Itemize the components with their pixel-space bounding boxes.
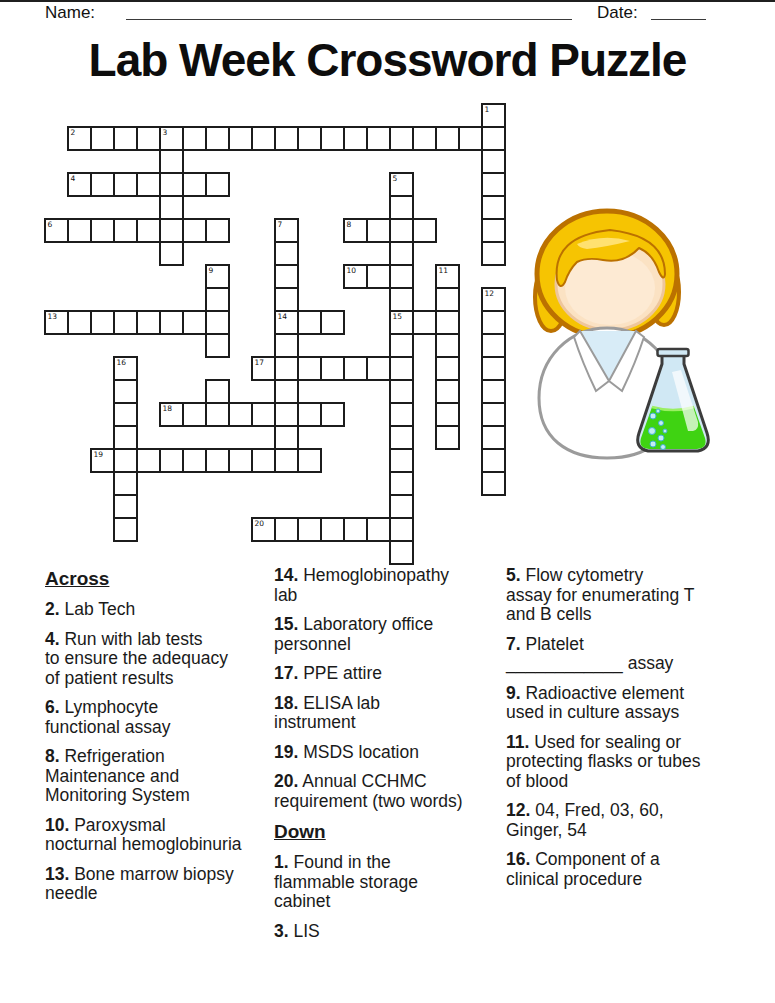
grid-cell-r3c5[interactable] [159, 172, 184, 197]
down-clues-header: Down [274, 821, 502, 843]
grid-cell-r5c4[interactable] [136, 218, 161, 243]
grid-cell-r18c9[interactable]: 20 [251, 517, 276, 542]
cell-number-16: 16 [117, 359, 127, 367]
cell-number-19: 19 [94, 451, 104, 459]
cell-number-15: 15 [393, 313, 403, 321]
grid-cell-r9c4[interactable] [136, 310, 161, 335]
grid-cell-r10c17[interactable] [435, 333, 460, 358]
across-clue-20: 20. Annual CCHMC requirement (two words) [274, 772, 502, 811]
down-clue-11: 11. Used for sealing or protecting flask… [506, 733, 728, 792]
down-clue-1: 1. Found in the flammable storage cabine… [274, 853, 502, 912]
clue-column-3: 5. Flow cytometry assay for enumerating … [506, 566, 728, 899]
grid-cell-r13c5[interactable]: 18 [159, 402, 184, 427]
grid-cell-r6c19[interactable] [481, 241, 506, 266]
across-clue-4: 4. Run with lab tests to ensure the adeq… [45, 630, 271, 689]
cell-number-3: 3 [163, 129, 168, 137]
grid-cell-r15c8[interactable] [228, 448, 253, 473]
grid-cell-r1c3[interactable] [113, 126, 138, 151]
grid-cell-r13c3[interactable] [113, 402, 138, 427]
grid-cell-r7c13[interactable]: 10 [343, 264, 368, 289]
grid-cell-r12c10[interactable] [274, 379, 299, 404]
grid-cell-r14c15[interactable] [389, 425, 414, 450]
grid-cell-r9c2[interactable] [90, 310, 115, 335]
grid-cell-r5c15[interactable] [389, 218, 414, 243]
cell-number-12: 12 [485, 290, 495, 298]
grid-cell-r9c19[interactable] [481, 310, 506, 335]
grid-cell-r9c17[interactable] [435, 310, 460, 335]
grid-cell-r10c7[interactable] [205, 333, 230, 358]
grid-cell-r5c1[interactable] [67, 218, 92, 243]
name-label: Name: [45, 3, 95, 23]
grid-cell-r15c2[interactable]: 19 [90, 448, 115, 473]
cell-number-14: 14 [278, 313, 288, 321]
grid-cell-r1c13[interactable] [343, 126, 368, 151]
cell-number-11: 11 [439, 267, 449, 275]
grid-cell-r5c7[interactable] [205, 218, 230, 243]
grid-cell-r7c10[interactable] [274, 264, 299, 289]
grid-cell-r5c2[interactable] [90, 218, 115, 243]
grid-cell-r1c5[interactable]: 3 [159, 126, 184, 151]
grid-cell-r1c8[interactable] [228, 126, 253, 151]
grid-cell-r5c0[interactable]: 6 [44, 218, 69, 243]
grid-cell-r3c6[interactable] [182, 172, 207, 197]
grid-cell-r9c1[interactable] [67, 310, 92, 335]
grid-cell-r5c16[interactable] [412, 218, 437, 243]
grid-cell-r18c10[interactable] [274, 517, 299, 542]
grid-cell-r11c14[interactable] [366, 356, 391, 381]
cell-number-6: 6 [48, 221, 53, 229]
grid-cell-r15c19[interactable] [481, 448, 506, 473]
grid-cell-r10c10[interactable] [274, 333, 299, 358]
cell-number-13: 13 [48, 313, 58, 321]
grid-cell-r14c19[interactable] [481, 425, 506, 450]
grid-cell-r17c3[interactable] [113, 494, 138, 519]
grid-cell-r3c19[interactable] [481, 172, 506, 197]
grid-cell-r13c17[interactable] [435, 402, 460, 427]
grid-cell-r16c19[interactable] [481, 471, 506, 496]
grid-cell-r13c19[interactable] [481, 402, 506, 427]
grid-cell-r13c6[interactable] [182, 402, 207, 427]
grid-cell-r1c2[interactable] [90, 126, 115, 151]
grid-cell-r3c4[interactable] [136, 172, 161, 197]
across-clue-13: 13. Bone marrow biopsy needle [45, 865, 271, 904]
down-clue-7: 7. Platelet ____________ assay [506, 635, 728, 674]
grid-cell-r11c10[interactable] [274, 356, 299, 381]
grid-cell-r9c6[interactable] [182, 310, 207, 335]
cell-number-7: 7 [278, 221, 283, 229]
grid-cell-r12c19[interactable] [481, 379, 506, 404]
grid-cell-r9c12[interactable] [320, 310, 345, 335]
grid-cell-r15c15[interactable] [389, 448, 414, 473]
grid-cell-r17c15[interactable] [389, 494, 414, 519]
across-clue-6: 6. Lymphocyte functional assay [45, 698, 271, 737]
grid-cell-r18c11[interactable] [297, 517, 322, 542]
cell-number-5: 5 [393, 175, 398, 183]
grid-cell-r13c8[interactable] [228, 402, 253, 427]
grid-cell-r18c15[interactable] [389, 517, 414, 542]
across-clue-19: 19. MSDS location [274, 743, 502, 763]
grid-cell-r11c17[interactable] [435, 356, 460, 381]
grid-cell-r3c3[interactable] [113, 172, 138, 197]
grid-cell-r12c17[interactable] [435, 379, 460, 404]
grid-cell-r8c17[interactable] [435, 287, 460, 312]
grid-cell-r1c17[interactable] [435, 126, 460, 151]
grid-cell-r1c12[interactable] [320, 126, 345, 151]
down-clue-9: 9. Radioactive element used in culture a… [506, 684, 728, 723]
grid-cell-r1c19[interactable] [481, 126, 506, 151]
grid-cell-r13c15[interactable] [389, 402, 414, 427]
grid-cell-r7c14[interactable] [366, 264, 391, 289]
across-clue-8: 8. Refrigeration Maintenance and Monitor… [45, 747, 271, 806]
grid-cell-r5c3[interactable] [113, 218, 138, 243]
grid-cell-r11c12[interactable] [320, 356, 345, 381]
grid-cell-r18c14[interactable] [366, 517, 391, 542]
cell-number-9: 9 [209, 267, 214, 275]
grid-cell-r4c5[interactable] [159, 195, 184, 220]
grid-cell-r5c13[interactable]: 8 [343, 218, 368, 243]
grid-cell-r9c11[interactable] [297, 310, 322, 335]
grid-cell-r11c3[interactable]: 16 [113, 356, 138, 381]
grid-cell-r1c9[interactable] [251, 126, 276, 151]
grid-cell-r1c18[interactable] [458, 126, 483, 151]
across-clue-17: 17. PPE attire [274, 664, 502, 684]
down-clue-3: 3. LIS [274, 922, 502, 942]
grid-cell-r18c12[interactable] [320, 517, 345, 542]
name-blank-line [126, 4, 572, 20]
scientist-illustration [525, 200, 775, 500]
grid-cell-r7c17[interactable]: 11 [435, 264, 460, 289]
grid-cell-r5c14[interactable] [366, 218, 391, 243]
date-label: Date: [597, 3, 638, 23]
grid-cell-r15c7[interactable] [205, 448, 230, 473]
grid-cell-r11c13[interactable] [343, 356, 368, 381]
grid-cell-r15c5[interactable] [159, 448, 184, 473]
page-title: Lab Week Crossword Puzzle [0, 33, 775, 87]
grid-cell-r6c10[interactable] [274, 241, 299, 266]
grid-cell-r13c12[interactable] [320, 402, 345, 427]
grid-cell-r11c11[interactable] [297, 356, 322, 381]
across-clue-14: 14. Hemoglobinopathy lab [274, 566, 502, 605]
cell-number-10: 10 [347, 267, 357, 275]
grid-cell-r9c5[interactable] [159, 310, 184, 335]
worksheet-page: Name: Date: Lab Week Crossword Puzzle 12… [0, 0, 775, 1003]
down-clue-12: 12. 04, Fred, 03, 60, Ginger, 54 [506, 801, 728, 840]
grid-cell-r8c10[interactable] [274, 287, 299, 312]
across-clue-2: 2. Lab Tech [45, 600, 271, 620]
grid-cell-r9c16[interactable] [412, 310, 437, 335]
grid-cell-r15c10[interactable] [274, 448, 299, 473]
grid-cell-r19c15[interactable] [389, 540, 414, 565]
cell-number-17: 17 [255, 359, 265, 367]
cell-number-20: 20 [255, 520, 265, 528]
grid-cell-r3c2[interactable] [90, 172, 115, 197]
grid-cell-r15c11[interactable] [297, 448, 322, 473]
clue-column-1: Across2. Lab Tech4. Run with lab tests t… [45, 566, 271, 914]
date-blank-line [651, 4, 706, 20]
grid-cell-r2c5[interactable] [159, 149, 184, 174]
grid-cell-r5c19[interactable] [481, 218, 506, 243]
grid-cell-r11c15[interactable] [389, 356, 414, 381]
grid-cell-r11c9[interactable]: 17 [251, 356, 276, 381]
grid-cell-r1c4[interactable] [136, 126, 161, 151]
grid-cell-r5c6[interactable] [182, 218, 207, 243]
down-clue-16: 16. Component of a clinical procedure [506, 850, 728, 889]
grid-cell-r1c11[interactable] [297, 126, 322, 151]
grid-cell-r3c15[interactable]: 5 [389, 172, 414, 197]
grid-cell-r6c5[interactable] [159, 241, 184, 266]
grid-cell-r16c3[interactable] [113, 471, 138, 496]
grid-cell-r8c15[interactable] [389, 287, 414, 312]
grid-cell-r15c3[interactable] [113, 448, 138, 473]
across-clues-header: Across [45, 568, 271, 590]
grid-cell-r13c11[interactable] [297, 402, 322, 427]
grid-cell-r1c6[interactable] [182, 126, 207, 151]
grid-cell-r7c7[interactable]: 9 [205, 264, 230, 289]
grid-cell-r1c1[interactable]: 2 [67, 126, 92, 151]
grid-cell-r8c7[interactable] [205, 287, 230, 312]
grid-cell-r10c19[interactable] [481, 333, 506, 358]
grid-cell-r13c7[interactable] [205, 402, 230, 427]
grid-cell-r9c3[interactable] [113, 310, 138, 335]
grid-cell-r14c10[interactable] [274, 425, 299, 450]
grid-cell-r1c15[interactable] [389, 126, 414, 151]
cell-number-8: 8 [347, 221, 352, 229]
grid-cell-r10c15[interactable] [389, 333, 414, 358]
grid-cell-r12c3[interactable] [113, 379, 138, 404]
grid-cell-r7c15[interactable] [389, 264, 414, 289]
grid-cell-r18c13[interactable] [343, 517, 368, 542]
down-clue-5: 5. Flow cytometry assay for enumerating … [506, 566, 728, 625]
grid-cell-r2c19[interactable] [481, 149, 506, 174]
grid-cell-r5c10[interactable]: 7 [274, 218, 299, 243]
grid-cell-r16c15[interactable] [389, 471, 414, 496]
grid-cell-r13c9[interactable] [251, 402, 276, 427]
grid-cell-r3c1[interactable]: 4 [67, 172, 92, 197]
across-clue-18: 18. ELISA lab instrument [274, 694, 502, 733]
cell-number-18: 18 [163, 405, 173, 413]
grid-cell-r15c4[interactable] [136, 448, 161, 473]
grid-cell-r18c3[interactable] [113, 517, 138, 542]
cell-number-4: 4 [71, 175, 76, 183]
grid-cell-r9c10[interactable]: 14 [274, 310, 299, 335]
grid-cell-r12c7[interactable] [205, 379, 230, 404]
grid-cell-r15c6[interactable] [182, 448, 207, 473]
grid-cell-r5c5[interactable] [159, 218, 184, 243]
grid-cell-r0c19[interactable]: 1 [481, 103, 506, 128]
grid-cell-r1c10[interactable] [274, 126, 299, 151]
grid-cell-r1c14[interactable] [366, 126, 391, 151]
crossword-grid: 1234567891011121314151617181920 [45, 104, 507, 566]
grid-cell-r8c19[interactable]: 12 [481, 287, 506, 312]
grid-cell-r4c19[interactable] [481, 195, 506, 220]
grid-cell-r1c7[interactable] [205, 126, 230, 151]
grid-cell-r11c19[interactable] [481, 356, 506, 381]
grid-cell-r14c3[interactable] [113, 425, 138, 450]
cell-number-1: 1 [485, 106, 490, 114]
cell-number-2: 2 [71, 129, 76, 137]
grid-cell-r9c7[interactable] [205, 310, 230, 335]
grid-cell-r9c0[interactable]: 13 [44, 310, 69, 335]
grid-cell-r12c15[interactable] [389, 379, 414, 404]
grid-cell-r13c10[interactable] [274, 402, 299, 427]
flask-rim [658, 349, 689, 356]
grid-cell-r9c15[interactable]: 15 [389, 310, 414, 335]
grid-cell-r6c15[interactable] [389, 241, 414, 266]
grid-cell-r3c7[interactable] [205, 172, 230, 197]
grid-cell-r15c9[interactable] [251, 448, 276, 473]
across-clue-10: 10. Paroxysmal nocturnal hemoglobinuria [45, 816, 271, 855]
grid-cell-r4c15[interactable] [389, 195, 414, 220]
grid-cell-r14c17[interactable] [435, 425, 460, 450]
across-clue-15: 15. Laboratory office personnel [274, 615, 502, 654]
top-rule [0, 0, 775, 2]
clue-column-2: 14. Hemoglobinopathy lab15. Laboratory o… [274, 566, 502, 951]
grid-cell-r1c16[interactable] [412, 126, 437, 151]
